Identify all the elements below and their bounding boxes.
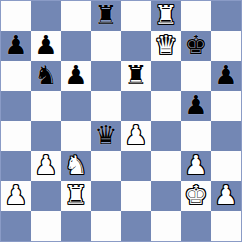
piece-black-rook[interactable]: ♜ (124, 61, 147, 90)
square-h5[interactable] (211, 91, 241, 121)
square-g1[interactable] (181, 211, 211, 241)
piece-white-pawn[interactable]: ♟ (124, 121, 147, 150)
square-f4[interactable] (151, 121, 181, 151)
square-b4[interactable] (31, 121, 61, 151)
square-e3[interactable] (121, 151, 151, 181)
piece-black-king[interactable]: ♚ (184, 31, 207, 60)
square-c6[interactable]: ♟ (61, 61, 91, 91)
square-e7[interactable] (121, 31, 151, 61)
square-f6[interactable] (151, 61, 181, 91)
square-d5[interactable] (91, 91, 121, 121)
piece-white-pawn[interactable]: ♟ (184, 151, 207, 180)
piece-black-pawn[interactable]: ♟ (34, 31, 57, 60)
square-c2[interactable]: ♜ (61, 181, 91, 211)
square-a4[interactable] (1, 121, 31, 151)
piece-black-rook[interactable]: ♜ (94, 1, 117, 30)
square-b7[interactable]: ♟ (31, 31, 61, 61)
chess-board-container: ♜♜♟♟♛♚♞♟♜♟♟♛♟♟♞♟♟♜♚♟ (0, 0, 242, 242)
square-f2[interactable] (151, 181, 181, 211)
square-d3[interactable] (91, 151, 121, 181)
square-f5[interactable] (151, 91, 181, 121)
square-f1[interactable] (151, 211, 181, 241)
square-b8[interactable] (31, 1, 61, 31)
square-b3[interactable]: ♟ (31, 151, 61, 181)
square-d4[interactable]: ♛ (91, 121, 121, 151)
chess-board: ♜♜♟♟♛♚♞♟♜♟♟♛♟♟♞♟♟♜♚♟ (0, 0, 242, 242)
square-h1[interactable] (211, 211, 241, 241)
square-a7[interactable]: ♟ (1, 31, 31, 61)
square-g3[interactable]: ♟ (181, 151, 211, 181)
square-f3[interactable] (151, 151, 181, 181)
square-e5[interactable] (121, 91, 151, 121)
square-d6[interactable] (91, 61, 121, 91)
square-e1[interactable] (121, 211, 151, 241)
square-h4[interactable] (211, 121, 241, 151)
square-e2[interactable] (121, 181, 151, 211)
square-c4[interactable] (61, 121, 91, 151)
square-c1[interactable] (61, 211, 91, 241)
square-c5[interactable] (61, 91, 91, 121)
square-d8[interactable]: ♜ (91, 1, 121, 31)
square-c8[interactable] (61, 1, 91, 31)
piece-white-pawn[interactable]: ♟ (214, 181, 237, 210)
square-a5[interactable] (1, 91, 31, 121)
square-g4[interactable] (181, 121, 211, 151)
square-c7[interactable] (61, 31, 91, 61)
piece-black-pawn[interactable]: ♟ (214, 61, 237, 90)
square-h2[interactable]: ♟ (211, 181, 241, 211)
piece-white-knight[interactable]: ♞ (64, 151, 87, 180)
square-d1[interactable] (91, 211, 121, 241)
square-c3[interactable]: ♞ (61, 151, 91, 181)
piece-white-queen[interactable]: ♛ (154, 31, 177, 60)
square-d7[interactable] (91, 31, 121, 61)
square-g5[interactable]: ♟ (181, 91, 211, 121)
piece-white-pawn[interactable]: ♟ (34, 151, 57, 180)
piece-white-rook[interactable]: ♜ (64, 181, 87, 210)
square-g8[interactable] (181, 1, 211, 31)
piece-white-pawn[interactable]: ♟ (4, 181, 27, 210)
square-b6[interactable]: ♞ (31, 61, 61, 91)
square-h7[interactable] (211, 31, 241, 61)
square-f7[interactable]: ♛ (151, 31, 181, 61)
piece-black-queen[interactable]: ♛ (94, 121, 117, 150)
piece-white-king[interactable]: ♚ (184, 181, 207, 210)
square-d2[interactable] (91, 181, 121, 211)
square-h3[interactable] (211, 151, 241, 181)
square-g6[interactable] (181, 61, 211, 91)
square-e8[interactable] (121, 1, 151, 31)
square-g2[interactable]: ♚ (181, 181, 211, 211)
piece-black-pawn[interactable]: ♟ (64, 61, 87, 90)
piece-black-knight[interactable]: ♞ (34, 61, 57, 90)
square-a1[interactable] (1, 211, 31, 241)
square-h6[interactable]: ♟ (211, 61, 241, 91)
square-a2[interactable]: ♟ (1, 181, 31, 211)
square-g7[interactable]: ♚ (181, 31, 211, 61)
square-e4[interactable]: ♟ (121, 121, 151, 151)
square-a3[interactable] (1, 151, 31, 181)
square-b5[interactable] (31, 91, 61, 121)
square-a6[interactable] (1, 61, 31, 91)
square-e6[interactable]: ♜ (121, 61, 151, 91)
square-b1[interactable] (31, 211, 61, 241)
square-a8[interactable] (1, 1, 31, 31)
piece-black-pawn[interactable]: ♟ (184, 91, 207, 120)
square-f8[interactable]: ♜ (151, 1, 181, 31)
piece-white-rook[interactable]: ♜ (154, 1, 177, 30)
piece-black-pawn[interactable]: ♟ (4, 31, 27, 60)
square-h8[interactable] (211, 1, 241, 31)
square-b2[interactable] (31, 181, 61, 211)
